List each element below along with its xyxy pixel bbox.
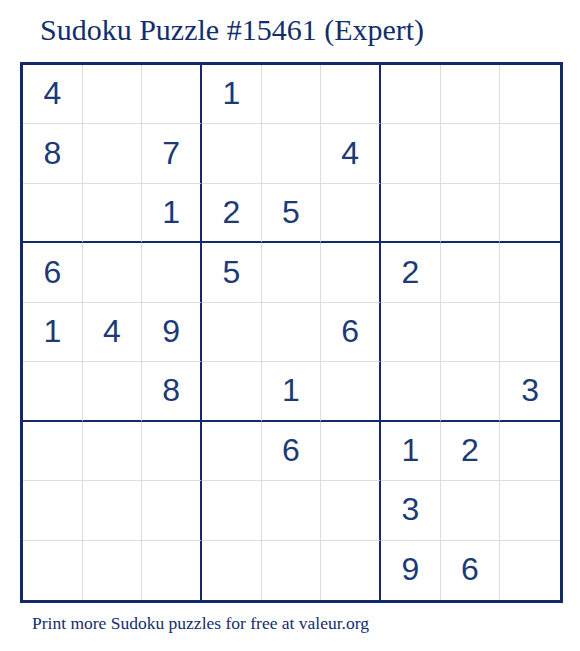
cell-r2c5	[262, 124, 322, 183]
cell-r6c3: 8	[142, 362, 202, 421]
cell-r6c6	[321, 362, 381, 421]
cell-r3c9	[500, 184, 560, 243]
cell-r4c1: 6	[23, 243, 83, 302]
cell-r6c9: 3	[500, 362, 560, 421]
cell-r1c3	[142, 65, 202, 124]
cell-r2c3: 7	[142, 124, 202, 183]
cell-r3c3: 1	[142, 184, 202, 243]
cell-r7c6	[321, 422, 381, 481]
cell-r5c6: 6	[321, 303, 381, 362]
cell-r9c3	[142, 541, 202, 600]
cell-r5c4	[202, 303, 262, 362]
cell-r9c7: 9	[381, 541, 441, 600]
cell-r8c3	[142, 481, 202, 540]
footer-text: Print more Sudoku puzzles for free at va…	[32, 613, 369, 634]
cell-r2c9	[500, 124, 560, 183]
cell-r5c2: 4	[83, 303, 143, 362]
cell-r7c3	[142, 422, 202, 481]
cell-r1c7	[381, 65, 441, 124]
cell-r4c6	[321, 243, 381, 302]
cell-r9c4	[202, 541, 262, 600]
cell-r5c5	[262, 303, 322, 362]
cell-r6c4	[202, 362, 262, 421]
cell-r2c1: 8	[23, 124, 83, 183]
cell-r4c9	[500, 243, 560, 302]
cell-r3c7	[381, 184, 441, 243]
cell-r4c8	[441, 243, 501, 302]
cell-r2c6: 4	[321, 124, 381, 183]
cell-r9c1	[23, 541, 83, 600]
cell-r6c2	[83, 362, 143, 421]
cell-r1c1: 4	[23, 65, 83, 124]
cell-r7c2	[83, 422, 143, 481]
cell-r8c5	[262, 481, 322, 540]
cell-r8c6	[321, 481, 381, 540]
cell-r9c2	[83, 541, 143, 600]
cell-r9c8: 6	[441, 541, 501, 600]
cell-r7c9	[500, 422, 560, 481]
cell-r2c8	[441, 124, 501, 183]
cell-r4c2	[83, 243, 143, 302]
cell-r9c6	[321, 541, 381, 600]
cell-r1c9	[500, 65, 560, 124]
cell-r5c3: 9	[142, 303, 202, 362]
cell-r2c4	[202, 124, 262, 183]
cell-r3c5: 5	[262, 184, 322, 243]
cell-r6c8	[441, 362, 501, 421]
cell-r1c4: 1	[202, 65, 262, 124]
cell-r6c7	[381, 362, 441, 421]
cell-r3c4: 2	[202, 184, 262, 243]
cell-r5c9	[500, 303, 560, 362]
cell-r2c7	[381, 124, 441, 183]
cell-r1c5	[262, 65, 322, 124]
cell-r3c6	[321, 184, 381, 243]
cell-r1c2	[83, 65, 143, 124]
cell-r6c5: 1	[262, 362, 322, 421]
cell-r8c7: 3	[381, 481, 441, 540]
cell-r5c7	[381, 303, 441, 362]
cell-r5c1: 1	[23, 303, 83, 362]
cell-r5c8	[441, 303, 501, 362]
cell-r4c7: 2	[381, 243, 441, 302]
cell-r8c9	[500, 481, 560, 540]
page-title: Sudoku Puzzle #15461 (Expert)	[40, 13, 424, 47]
cell-r1c8	[441, 65, 501, 124]
cell-r2c2	[83, 124, 143, 183]
cell-r3c2	[83, 184, 143, 243]
cell-r3c8	[441, 184, 501, 243]
cell-r3c1	[23, 184, 83, 243]
cell-r9c5	[262, 541, 322, 600]
cell-r7c7: 1	[381, 422, 441, 481]
cell-r8c8	[441, 481, 501, 540]
cell-r1c6	[321, 65, 381, 124]
sudoku-board: 418741256521496813612396	[20, 62, 563, 603]
cell-r7c8: 2	[441, 422, 501, 481]
cell-r8c4	[202, 481, 262, 540]
cell-r4c3	[142, 243, 202, 302]
cell-r7c5: 6	[262, 422, 322, 481]
cell-r8c1	[23, 481, 83, 540]
cell-r7c4	[202, 422, 262, 481]
cell-r7c1	[23, 422, 83, 481]
cell-r8c2	[83, 481, 143, 540]
cell-r4c4: 5	[202, 243, 262, 302]
cell-r6c1	[23, 362, 83, 421]
cell-r4c5	[262, 243, 322, 302]
cell-r9c9	[500, 541, 560, 600]
